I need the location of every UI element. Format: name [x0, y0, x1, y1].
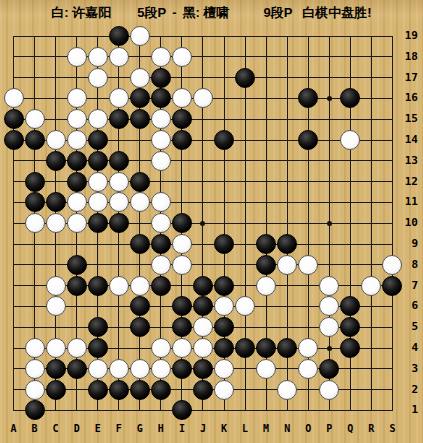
- stone-white: [172, 338, 192, 358]
- stone-black: [193, 359, 213, 379]
- stone-white: [67, 130, 87, 150]
- stone-white: [256, 276, 276, 296]
- stone-black: [25, 400, 45, 420]
- stone-white: [151, 338, 171, 358]
- stone-white: [109, 359, 129, 379]
- stone-black: [193, 380, 213, 400]
- stone-black: [46, 380, 66, 400]
- stone-black: [67, 276, 87, 296]
- row-label: 15: [392, 112, 418, 125]
- stone-black: [88, 276, 108, 296]
- column-label: R: [363, 423, 379, 434]
- stone-black: [151, 380, 171, 400]
- stone-white: [67, 88, 87, 108]
- row-label: 17: [392, 71, 418, 84]
- stone-white: [214, 296, 234, 316]
- stone-black: [151, 88, 171, 108]
- row-label: 13: [392, 154, 418, 167]
- stone-white: [88, 47, 108, 67]
- white-player-label: 白: 许嘉阳: [51, 4, 111, 22]
- stone-black: [4, 109, 24, 129]
- stone-black: [109, 380, 129, 400]
- stone-white: [67, 213, 87, 233]
- star-point: [327, 346, 332, 351]
- stone-black: [256, 255, 276, 275]
- stone-black: [67, 255, 87, 275]
- stone-white: [25, 109, 45, 129]
- stone-white: [109, 88, 129, 108]
- row-label: 11: [392, 195, 418, 208]
- row-label: 6: [392, 299, 418, 312]
- stone-white: [88, 359, 108, 379]
- column-label: M: [258, 423, 274, 434]
- game-info-header: 白: 许嘉阳 5段P - 黑: 檀啸 9段P 白棋中盘胜!: [0, 0, 423, 25]
- stone-black: [4, 130, 24, 150]
- column-label: B: [27, 423, 43, 434]
- row-label: 5: [392, 320, 418, 333]
- stone-white: [130, 276, 150, 296]
- stone-white: [25, 359, 45, 379]
- stone-white: [151, 47, 171, 67]
- column-label: E: [90, 423, 106, 434]
- stone-black: [151, 276, 171, 296]
- grid-line: [14, 244, 394, 245]
- stone-white: [151, 109, 171, 129]
- stone-white: [109, 172, 129, 192]
- stone-white: [109, 276, 129, 296]
- stone-white: [109, 47, 129, 67]
- stone-white: [88, 109, 108, 129]
- stone-black: [88, 213, 108, 233]
- stone-black: [172, 359, 192, 379]
- stone-black: [298, 88, 318, 108]
- stone-black: [130, 234, 150, 254]
- stone-black: [25, 172, 45, 192]
- stone-black: [88, 338, 108, 358]
- stone-white: [277, 255, 297, 275]
- column-label: I: [174, 423, 190, 434]
- grid-line: [14, 77, 394, 78]
- game-result: 白棋中盘胜!: [302, 4, 371, 22]
- stone-white: [67, 47, 87, 67]
- column-label: G: [132, 423, 148, 434]
- stone-white: [193, 88, 213, 108]
- black-player-rank: 9段P: [263, 4, 292, 22]
- row-label: 19: [392, 29, 418, 42]
- stone-black: [172, 317, 192, 337]
- row-label: 4: [392, 341, 418, 354]
- stone-black: [25, 192, 45, 212]
- column-label: P: [321, 423, 337, 434]
- stone-white: [277, 380, 297, 400]
- stone-white: [46, 296, 66, 316]
- stone-white: [25, 380, 45, 400]
- stone-white: [151, 192, 171, 212]
- star-point: [200, 221, 205, 226]
- stone-black: [172, 296, 192, 316]
- stone-white: [214, 359, 234, 379]
- stone-white: [25, 338, 45, 358]
- column-label: J: [195, 423, 211, 434]
- stone-white: [151, 130, 171, 150]
- stone-white: [172, 47, 192, 67]
- stone-black: [109, 26, 129, 46]
- stone-black: [193, 296, 213, 316]
- stone-black: [172, 109, 192, 129]
- stone-black: [88, 380, 108, 400]
- stone-black: [25, 130, 45, 150]
- stone-white: [319, 296, 339, 316]
- stone-black: [214, 317, 234, 337]
- players-separator: -: [172, 5, 176, 20]
- stone-black: [172, 400, 192, 420]
- stone-black: [256, 338, 276, 358]
- stone-white: [340, 130, 360, 150]
- stone-white: [319, 317, 339, 337]
- column-label: H: [153, 423, 169, 434]
- stone-black: [340, 338, 360, 358]
- stone-white: [130, 26, 150, 46]
- stone-white: [193, 338, 213, 358]
- row-label: 12: [392, 175, 418, 188]
- stone-black: [340, 88, 360, 108]
- row-label: 18: [392, 50, 418, 63]
- stone-black: [277, 234, 297, 254]
- row-label: 10: [392, 216, 418, 229]
- row-label: 7: [392, 279, 418, 292]
- stone-black: [67, 172, 87, 192]
- stone-black: [46, 151, 66, 171]
- row-label: 1: [392, 403, 418, 416]
- stone-black: [67, 359, 87, 379]
- stone-white: [151, 213, 171, 233]
- stone-black: [277, 338, 297, 358]
- column-label: O: [300, 423, 316, 434]
- stone-white: [130, 192, 150, 212]
- stone-black: [172, 213, 192, 233]
- stone-black: [130, 317, 150, 337]
- stone-white: [361, 276, 381, 296]
- stone-black: [109, 151, 129, 171]
- stone-white: [67, 109, 87, 129]
- star-point: [327, 221, 332, 226]
- row-label: 16: [392, 91, 418, 104]
- stone-black: [172, 130, 192, 150]
- stone-black: [130, 109, 150, 129]
- stone-white: [235, 296, 255, 316]
- stone-black: [151, 68, 171, 88]
- stone-black: [130, 380, 150, 400]
- stone-black: [214, 276, 234, 296]
- stone-black: [319, 359, 339, 379]
- stone-black: [130, 296, 150, 316]
- stone-white: [172, 88, 192, 108]
- stone-white: [256, 359, 276, 379]
- stone-white: [172, 234, 192, 254]
- stone-white: [46, 338, 66, 358]
- stone-white: [130, 359, 150, 379]
- stone-black: [193, 276, 213, 296]
- column-label: N: [279, 423, 295, 434]
- stone-white: [298, 338, 318, 358]
- stone-black: [298, 130, 318, 150]
- stone-black: [130, 88, 150, 108]
- grid-line: [14, 410, 394, 411]
- stone-white: [319, 276, 339, 296]
- stone-white: [46, 130, 66, 150]
- stone-white: [46, 213, 66, 233]
- stone-white: [109, 192, 129, 212]
- stone-white: [151, 359, 171, 379]
- row-label: 14: [392, 133, 418, 146]
- stone-black: [130, 172, 150, 192]
- stone-black: [109, 213, 129, 233]
- stone-white: [193, 317, 213, 337]
- stone-white: [25, 213, 45, 233]
- black-player-label: 黑: 檀啸: [183, 4, 230, 22]
- stone-white: [151, 255, 171, 275]
- row-label: 9: [392, 237, 418, 250]
- stone-white: [4, 88, 24, 108]
- stone-white: [130, 68, 150, 88]
- stone-black: [235, 338, 255, 358]
- row-label: 3: [392, 362, 418, 375]
- row-label: 8: [392, 258, 418, 271]
- column-label: L: [237, 423, 253, 434]
- stone-white: [172, 255, 192, 275]
- stone-black: [256, 234, 276, 254]
- star-point: [327, 96, 332, 101]
- stone-black: [88, 130, 108, 150]
- column-label: Q: [342, 423, 358, 434]
- go-game-viewer: 白: 许嘉阳 5段P - 黑: 檀啸 9段P 白棋中盘胜! ABCDEFGHIJ…: [0, 0, 423, 443]
- stone-white: [88, 68, 108, 88]
- stone-white: [67, 192, 87, 212]
- stone-black: [46, 359, 66, 379]
- column-label: K: [216, 423, 232, 434]
- stone-black: [88, 317, 108, 337]
- stone-black: [214, 338, 234, 358]
- stone-black: [340, 296, 360, 316]
- stone-black: [109, 109, 129, 129]
- stone-white: [151, 151, 171, 171]
- column-label: D: [69, 423, 85, 434]
- stone-black: [67, 151, 87, 171]
- stone-black: [151, 234, 171, 254]
- column-label: F: [111, 423, 127, 434]
- stone-white: [214, 380, 234, 400]
- stone-white: [298, 255, 318, 275]
- white-player-rank: 5段P: [137, 4, 166, 22]
- stone-white: [67, 338, 87, 358]
- grid-line: [371, 36, 372, 411]
- column-label: S: [384, 423, 400, 434]
- stone-white: [88, 192, 108, 212]
- stone-black: [235, 68, 255, 88]
- stone-black: [340, 317, 360, 337]
- grid-line: [14, 36, 394, 37]
- stone-white: [88, 172, 108, 192]
- stone-white: [319, 380, 339, 400]
- column-label: A: [6, 423, 22, 434]
- stone-white: [46, 276, 66, 296]
- stone-black: [214, 234, 234, 254]
- row-label: 2: [392, 383, 418, 396]
- stone-black: [88, 151, 108, 171]
- stone-black: [46, 192, 66, 212]
- column-label: C: [48, 423, 64, 434]
- stone-white: [298, 359, 318, 379]
- stone-black: [214, 130, 234, 150]
